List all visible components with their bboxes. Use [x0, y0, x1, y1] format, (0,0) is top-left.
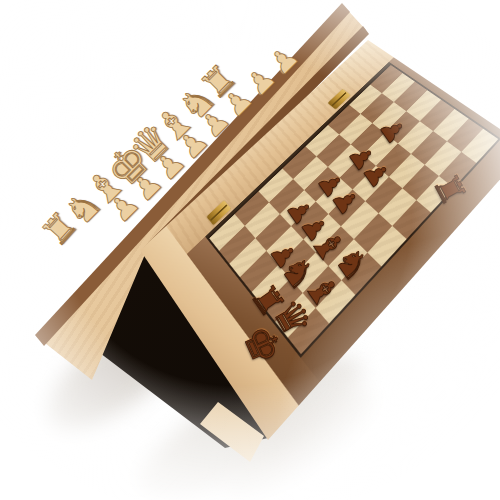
product-photo-chess-set: ♟♟♟♟♟♟♟♟♜♞♝♛♚♝♞♜♟♟♟♟♟♟♟♟♜♞♝♜♚♛♝♞ — [0, 0, 500, 500]
board-square — [382, 73, 415, 102]
board-square — [407, 90, 441, 120]
board-square — [245, 202, 281, 238]
board-square — [411, 131, 447, 165]
board-square — [378, 188, 416, 226]
board-square — [229, 238, 266, 277]
board-square — [420, 99, 455, 130]
board-square — [447, 119, 483, 152]
board-square — [394, 82, 427, 112]
board-square — [433, 109, 468, 141]
board-square — [219, 226, 255, 264]
